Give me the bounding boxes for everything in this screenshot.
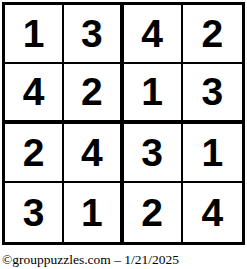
cell-r2c3: 1 [124, 64, 183, 123]
cell-r2c1: 4 [5, 64, 64, 123]
cell-r1c4: 2 [183, 5, 242, 64]
cell-r3c1: 2 [5, 124, 64, 183]
cell-r1c1: 1 [5, 5, 64, 64]
cell-r2c2: 2 [64, 64, 123, 123]
cell-r4c4: 4 [183, 183, 242, 242]
cell-r4c2: 1 [64, 183, 123, 242]
footer-credit: ©grouppuzzles.com – 1/21/2025 [2, 252, 179, 268]
cell-r1c2: 3 [64, 5, 123, 64]
cell-r3c4: 1 [183, 124, 242, 183]
cell-r4c1: 3 [5, 183, 64, 242]
cell-r1c3: 4 [124, 5, 183, 64]
cell-r3c2: 4 [64, 124, 123, 183]
cell-r3c3: 3 [124, 124, 183, 183]
cell-r4c3: 2 [124, 183, 183, 242]
cell-r2c4: 3 [183, 64, 242, 123]
sudoku-grid: 1 3 4 2 4 2 1 3 2 4 3 1 3 1 2 4 [2, 2, 245, 245]
